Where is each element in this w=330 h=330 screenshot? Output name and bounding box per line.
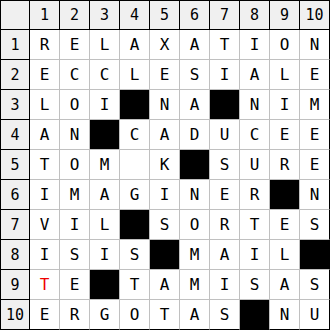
letter-cell-r7-c3[interactable]: L bbox=[90, 210, 120, 240]
letter-cell-r5-c8[interactable]: U bbox=[240, 150, 270, 180]
letter-cell-r8-c3[interactable]: I bbox=[90, 240, 120, 270]
letter-cell-r8-c7[interactable]: A bbox=[210, 240, 240, 270]
letter-cell-r1-c5[interactable]: X bbox=[150, 30, 180, 60]
col-header-6: 6 bbox=[180, 0, 210, 30]
letter-cell-r9-c6[interactable]: M bbox=[180, 270, 210, 300]
letter-cell-r10-c6[interactable]: A bbox=[180, 300, 210, 330]
crossword-board: 123456789101RELAXATION2ECCLESIALE3LOINAN… bbox=[0, 0, 330, 330]
letter-cell-r3-c9[interactable]: I bbox=[270, 90, 300, 120]
letter-cell-r6-c1[interactable]: I bbox=[30, 180, 60, 210]
letter-cell-r7-c6[interactable]: O bbox=[180, 210, 210, 240]
letter-cell-r4-c6[interactable]: D bbox=[180, 120, 210, 150]
letter-cell-r9-c8[interactable]: S bbox=[240, 270, 270, 300]
letter-cell-r2-c7[interactable]: I bbox=[210, 60, 240, 90]
letter-cell-r7-c7[interactable]: R bbox=[210, 210, 240, 240]
letter-cell-r10-c7[interactable]: S bbox=[210, 300, 240, 330]
letter-cell-r7-c5[interactable]: S bbox=[150, 210, 180, 240]
letter-cell-r1-c10[interactable]: N bbox=[300, 30, 330, 60]
letter-cell-r2-c5[interactable]: E bbox=[150, 60, 180, 90]
black-cell-r7-c4 bbox=[120, 210, 150, 240]
letter-cell-r8-c2[interactable]: S bbox=[60, 240, 90, 270]
black-cell-r6-c9 bbox=[270, 180, 300, 210]
letter-cell-r7-c1[interactable]: V bbox=[30, 210, 60, 240]
letter-cell-r5-c10[interactable]: E bbox=[300, 150, 330, 180]
letter-cell-r3-c1[interactable]: L bbox=[30, 90, 60, 120]
black-cell-r4-c3 bbox=[90, 120, 120, 150]
letter-cell-r2-c4[interactable]: L bbox=[120, 60, 150, 90]
letter-cell-r3-c6[interactable]: A bbox=[180, 90, 210, 120]
letter-cell-r1-c3[interactable]: L bbox=[90, 30, 120, 60]
letter-cell-r4-c1[interactable]: A bbox=[30, 120, 60, 150]
row-header-4: 4 bbox=[0, 120, 30, 150]
letter-cell-r10-c9[interactable]: N bbox=[270, 300, 300, 330]
col-header-2: 2 bbox=[60, 0, 90, 30]
black-cell-r5-c6 bbox=[180, 150, 210, 180]
letter-cell-r10-c1[interactable]: E bbox=[30, 300, 60, 330]
letter-cell-r6-c3[interactable]: A bbox=[90, 180, 120, 210]
letter-cell-r4-c10[interactable]: E bbox=[300, 120, 330, 150]
letter-cell-r7-c9[interactable]: E bbox=[270, 210, 300, 240]
letter-cell-r9-c2[interactable]: E bbox=[60, 270, 90, 300]
col-header-5: 5 bbox=[150, 0, 180, 30]
row-header-9: 9 bbox=[0, 270, 30, 300]
black-cell-r8-c10 bbox=[300, 240, 330, 270]
letter-cell-r4-c4[interactable]: C bbox=[120, 120, 150, 150]
letter-cell-r4-c7[interactable]: U bbox=[210, 120, 240, 150]
letter-cell-r1-c6[interactable]: A bbox=[180, 30, 210, 60]
row-header-7: 7 bbox=[0, 210, 30, 240]
row-header-10: 10 bbox=[0, 300, 30, 330]
col-header-9: 9 bbox=[270, 0, 300, 30]
letter-cell-r7-c2[interactable]: I bbox=[60, 210, 90, 240]
letter-cell-r3-c8[interactable]: N bbox=[240, 90, 270, 120]
letter-cell-r4-c9[interactable]: E bbox=[270, 120, 300, 150]
letter-cell-r8-c9[interactable]: L bbox=[270, 240, 300, 270]
col-header-10: 10 bbox=[300, 0, 330, 30]
letter-cell-r8-c6[interactable]: M bbox=[180, 240, 210, 270]
black-cell-r3-c4 bbox=[120, 90, 150, 120]
letter-cell-r2-c10[interactable]: E bbox=[300, 60, 330, 90]
letter-cell-r9-c10[interactable]: S bbox=[300, 270, 330, 300]
letter-cell-r6-c8[interactable]: R bbox=[240, 180, 270, 210]
letter-cell-r4-c8[interactable]: C bbox=[240, 120, 270, 150]
row-header-1: 1 bbox=[0, 30, 30, 60]
letter-cell-r9-c4[interactable]: T bbox=[120, 270, 150, 300]
black-cell-r3-c7 bbox=[210, 90, 240, 120]
letter-cell-r6-c2[interactable]: M bbox=[60, 180, 90, 210]
col-header-4: 4 bbox=[120, 0, 150, 30]
col-header-1: 1 bbox=[30, 0, 60, 30]
letter-cell-r6-c5[interactable]: I bbox=[150, 180, 180, 210]
row-header-6: 6 bbox=[0, 180, 30, 210]
letter-cell-r7-c10[interactable]: S bbox=[300, 210, 330, 240]
letter-cell-r10-c10[interactable]: U bbox=[300, 300, 330, 330]
letter-cell-r4-c5[interactable]: A bbox=[150, 120, 180, 150]
letter-cell-r2-c6[interactable]: S bbox=[180, 60, 210, 90]
letter-cell-r6-c4[interactable]: G bbox=[120, 180, 150, 210]
col-header-3: 3 bbox=[90, 0, 120, 30]
black-cell-r10-c8 bbox=[240, 300, 270, 330]
letter-cell-r10-c5[interactable]: T bbox=[150, 300, 180, 330]
black-cell-r9-c3 bbox=[90, 270, 120, 300]
letter-cell-r2-c8[interactable]: A bbox=[240, 60, 270, 90]
letter-cell-r8-c4[interactable]: S bbox=[120, 240, 150, 270]
letter-cell-r10-c4[interactable]: O bbox=[120, 300, 150, 330]
letter-cell-r5-c1[interactable]: T bbox=[30, 150, 60, 180]
letter-cell-r1-c4[interactable]: A bbox=[120, 30, 150, 60]
letter-cell-r8-c8[interactable]: I bbox=[240, 240, 270, 270]
letter-cell-r2-c1[interactable]: E bbox=[30, 60, 60, 90]
row-header-3: 3 bbox=[0, 90, 30, 120]
col-header-8: 8 bbox=[240, 0, 270, 30]
letter-cell-r9-c9[interactable]: A bbox=[270, 270, 300, 300]
letter-cell-r9-c5[interactable]: A bbox=[150, 270, 180, 300]
black-cell-r8-c5 bbox=[150, 240, 180, 270]
letter-cell-r7-c8[interactable]: T bbox=[240, 210, 270, 240]
letter-cell-r3-c5[interactable]: N bbox=[150, 90, 180, 120]
letter-cell-r4-c2[interactable]: N bbox=[60, 120, 90, 150]
letter-cell-r5-c9[interactable]: R bbox=[270, 150, 300, 180]
letter-cell-r6-c10[interactable]: N bbox=[300, 180, 330, 210]
letter-cell-r6-c7[interactable]: E bbox=[210, 180, 240, 210]
letter-cell-r10-c3[interactable]: G bbox=[90, 300, 120, 330]
letter-cell-r2-c9[interactable]: L bbox=[270, 60, 300, 90]
letter-cell-r9-c1[interactable]: T bbox=[30, 270, 60, 300]
letter-cell-r1-c9[interactable]: O bbox=[270, 30, 300, 60]
col-header-7: 7 bbox=[210, 0, 240, 30]
letter-cell-r5-c4[interactable] bbox=[120, 150, 150, 180]
letter-cell-r3-c10[interactable]: M bbox=[300, 90, 330, 120]
letter-cell-r5-c7[interactable]: S bbox=[210, 150, 240, 180]
row-header-5: 5 bbox=[0, 150, 30, 180]
letter-cell-r2-c2[interactable]: C bbox=[60, 60, 90, 90]
letter-cell-r5-c5[interactable]: K bbox=[150, 150, 180, 180]
letter-cell-r10-c2[interactable]: R bbox=[60, 300, 90, 330]
letter-cell-r8-c1[interactable]: I bbox=[30, 240, 60, 270]
letter-cell-r1-c2[interactable]: E bbox=[60, 30, 90, 60]
letter-cell-r3-c3[interactable]: I bbox=[90, 90, 120, 120]
letter-cell-r5-c2[interactable]: O bbox=[60, 150, 90, 180]
letter-cell-r2-c3[interactable]: C bbox=[90, 60, 120, 90]
letter-cell-r1-c7[interactable]: T bbox=[210, 30, 240, 60]
letter-cell-r5-c3[interactable]: M bbox=[90, 150, 120, 180]
letter-cell-r3-c2[interactable]: O bbox=[60, 90, 90, 120]
corner-cell bbox=[0, 0, 30, 30]
letter-cell-r1-c1[interactable]: R bbox=[30, 30, 60, 60]
row-header-8: 8 bbox=[0, 240, 30, 270]
letter-cell-r6-c6[interactable]: N bbox=[180, 180, 210, 210]
row-header-2: 2 bbox=[0, 60, 30, 90]
letter-cell-r9-c7[interactable]: I bbox=[210, 270, 240, 300]
letter-cell-r1-c8[interactable]: I bbox=[240, 30, 270, 60]
